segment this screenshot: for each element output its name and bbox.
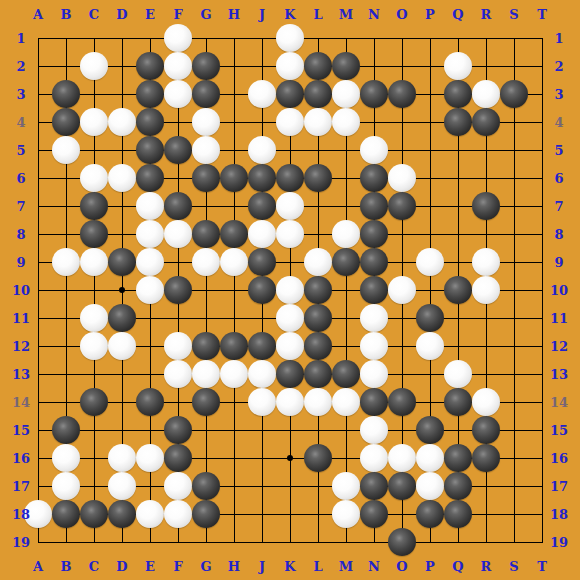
stone-black	[248, 164, 276, 192]
stone-black	[220, 332, 248, 360]
stone-black	[248, 276, 276, 304]
column-label-bottom: T	[537, 559, 547, 574]
row-label-left: 2	[16, 59, 25, 74]
stone-white	[276, 220, 304, 248]
column-label-bottom: N	[368, 559, 380, 574]
row-label-left: 18	[12, 507, 30, 522]
row-label-left: 5	[16, 143, 25, 158]
column-label-bottom: L	[313, 559, 322, 574]
stone-black	[360, 80, 388, 108]
stone-white	[220, 360, 248, 388]
column-label-top: G	[200, 7, 211, 22]
column-label-bottom: O	[396, 559, 407, 574]
stone-white	[360, 136, 388, 164]
stone-black	[136, 136, 164, 164]
stone-black	[388, 528, 416, 556]
stone-white	[136, 444, 164, 472]
stone-black	[304, 52, 332, 80]
stone-white	[164, 24, 192, 52]
stone-white	[276, 108, 304, 136]
stone-black	[192, 332, 220, 360]
stone-white	[108, 332, 136, 360]
column-label-bottom: G	[200, 559, 211, 574]
row-label-right: 16	[550, 451, 568, 466]
column-label-bottom: F	[173, 559, 182, 574]
row-label-left: 6	[16, 171, 25, 186]
stone-white	[416, 248, 444, 276]
row-label-right: 1	[554, 31, 563, 46]
row-label-right: 11	[550, 311, 568, 326]
stone-white	[276, 24, 304, 52]
row-label-left: 14	[12, 395, 30, 410]
stone-black	[360, 388, 388, 416]
stone-black	[360, 192, 388, 220]
column-label-top: Q	[452, 7, 463, 22]
column-label-bottom: P	[425, 559, 435, 574]
star-point	[119, 287, 125, 293]
stone-white	[472, 80, 500, 108]
stone-white	[164, 360, 192, 388]
column-label-top: K	[284, 7, 295, 22]
go-board[interactable]: AABBCCDDEEFFGGHHJJKKLLMMNNOOPPQQRRSSTT11…	[0, 0, 580, 580]
stone-black	[192, 52, 220, 80]
row-label-left: 15	[12, 423, 30, 438]
row-label-left: 1	[16, 31, 25, 46]
stone-black	[444, 444, 472, 472]
row-label-right: 3	[554, 87, 563, 102]
stone-black	[304, 332, 332, 360]
stone-black	[332, 360, 360, 388]
stone-black	[416, 304, 444, 332]
row-label-right: 13	[550, 367, 568, 382]
row-label-left: 11	[12, 311, 30, 326]
row-label-left: 10	[12, 283, 30, 298]
stone-white	[388, 276, 416, 304]
stone-black	[52, 80, 80, 108]
column-label-top: J	[259, 7, 265, 22]
column-label-top: T	[537, 7, 547, 22]
stone-black	[136, 388, 164, 416]
stone-black	[276, 80, 304, 108]
stone-white	[80, 164, 108, 192]
stone-black	[444, 388, 472, 416]
stone-black	[444, 276, 472, 304]
stone-white	[164, 332, 192, 360]
stone-black	[472, 444, 500, 472]
stone-black	[472, 192, 500, 220]
stone-white	[164, 80, 192, 108]
stone-white	[360, 444, 388, 472]
row-label-right: 12	[550, 339, 568, 354]
stone-black	[500, 80, 528, 108]
stone-white	[332, 500, 360, 528]
column-label-bottom: M	[339, 559, 353, 574]
stone-black	[192, 472, 220, 500]
stone-white	[52, 444, 80, 472]
row-label-left: 9	[16, 255, 25, 270]
column-label-top: R	[481, 7, 492, 22]
stone-white	[388, 164, 416, 192]
stone-white	[52, 472, 80, 500]
column-label-bottom: D	[116, 559, 127, 574]
stone-white	[276, 388, 304, 416]
stone-black	[192, 388, 220, 416]
column-label-top: O	[396, 7, 407, 22]
row-label-left: 12	[12, 339, 30, 354]
stone-black	[192, 80, 220, 108]
row-label-left: 19	[12, 535, 30, 550]
column-label-top: E	[145, 7, 155, 22]
stone-black	[304, 80, 332, 108]
stone-black	[52, 108, 80, 136]
stone-black	[444, 108, 472, 136]
stone-white	[164, 220, 192, 248]
stone-black	[248, 248, 276, 276]
row-label-left: 7	[16, 199, 25, 214]
stone-white	[276, 192, 304, 220]
stone-white	[276, 304, 304, 332]
stone-black	[136, 108, 164, 136]
row-label-left: 8	[16, 227, 25, 242]
column-label-bottom: J	[259, 559, 265, 574]
stone-black	[360, 248, 388, 276]
stone-white	[332, 388, 360, 416]
stone-black	[444, 472, 472, 500]
grid-line-horizontal	[38, 542, 543, 543]
column-label-top: P	[425, 7, 435, 22]
row-label-left: 3	[16, 87, 25, 102]
stone-black	[136, 80, 164, 108]
column-label-top: S	[509, 7, 518, 22]
stone-black	[192, 220, 220, 248]
stone-white	[136, 500, 164, 528]
column-label-bottom: H	[228, 559, 240, 574]
row-label-left: 13	[12, 367, 30, 382]
stone-white	[276, 52, 304, 80]
stone-black	[192, 164, 220, 192]
stone-black	[164, 276, 192, 304]
row-label-left: 16	[12, 451, 30, 466]
row-label-right: 7	[554, 199, 563, 214]
stone-white	[108, 472, 136, 500]
stone-white	[248, 220, 276, 248]
stone-black	[388, 388, 416, 416]
stone-white	[332, 472, 360, 500]
stone-white	[388, 444, 416, 472]
stone-black	[164, 416, 192, 444]
stone-black	[192, 500, 220, 528]
row-label-right: 4	[554, 115, 563, 130]
column-label-top: C	[89, 7, 99, 22]
stone-black	[304, 444, 332, 472]
stone-black	[52, 500, 80, 528]
stone-black	[360, 472, 388, 500]
stone-black	[388, 192, 416, 220]
stone-white	[192, 136, 220, 164]
stone-black	[108, 248, 136, 276]
stone-white	[220, 248, 248, 276]
row-label-right: 8	[554, 227, 563, 242]
stone-white	[80, 304, 108, 332]
stone-white	[108, 164, 136, 192]
stone-black	[332, 248, 360, 276]
stone-black	[304, 164, 332, 192]
stone-white	[136, 220, 164, 248]
row-label-right: 19	[550, 535, 568, 550]
stone-white	[472, 388, 500, 416]
grid-line-vertical	[514, 38, 515, 543]
stone-black	[388, 472, 416, 500]
stone-white	[332, 80, 360, 108]
column-label-bottom: B	[61, 559, 72, 574]
stone-white	[108, 108, 136, 136]
stone-black	[360, 500, 388, 528]
stone-white	[304, 388, 332, 416]
stone-white	[108, 444, 136, 472]
row-label-right: 9	[554, 255, 563, 270]
column-label-bottom: A	[33, 559, 43, 574]
stone-white	[80, 332, 108, 360]
stone-white	[360, 332, 388, 360]
stone-white	[416, 472, 444, 500]
stone-black	[220, 164, 248, 192]
stone-white	[472, 276, 500, 304]
stone-white	[80, 108, 108, 136]
stone-white	[192, 360, 220, 388]
stone-black	[164, 444, 192, 472]
stone-white	[248, 136, 276, 164]
stone-white	[52, 248, 80, 276]
stone-black	[80, 192, 108, 220]
stone-white	[276, 276, 304, 304]
row-label-left: 4	[16, 115, 25, 130]
stone-black	[444, 80, 472, 108]
stone-black	[136, 164, 164, 192]
grid-line-horizontal	[38, 430, 543, 431]
stone-black	[360, 276, 388, 304]
stone-black	[108, 500, 136, 528]
column-label-bottom: S	[509, 559, 518, 574]
stone-black	[304, 276, 332, 304]
row-label-right: 2	[554, 59, 563, 74]
stone-white	[444, 52, 472, 80]
stone-white	[80, 52, 108, 80]
stone-white	[276, 332, 304, 360]
column-label-top: N	[368, 7, 380, 22]
stone-white	[360, 304, 388, 332]
stone-black	[248, 332, 276, 360]
stone-black	[360, 164, 388, 192]
stone-black	[80, 500, 108, 528]
stone-white	[248, 360, 276, 388]
stone-black	[164, 136, 192, 164]
stone-black	[108, 304, 136, 332]
stone-black	[164, 192, 192, 220]
stone-white	[164, 472, 192, 500]
stone-white	[360, 416, 388, 444]
column-label-top: M	[339, 7, 353, 22]
stone-black	[220, 220, 248, 248]
stone-white	[136, 248, 164, 276]
stone-white	[304, 248, 332, 276]
stone-white	[164, 500, 192, 528]
stone-black	[52, 416, 80, 444]
stone-white	[332, 108, 360, 136]
column-label-bottom: C	[89, 559, 99, 574]
column-label-top: A	[33, 7, 43, 22]
stone-white	[192, 108, 220, 136]
stone-white	[360, 360, 388, 388]
row-label-right: 17	[550, 479, 568, 494]
stone-white	[192, 248, 220, 276]
stone-black	[276, 360, 304, 388]
row-label-right: 6	[554, 171, 563, 186]
stone-black	[444, 500, 472, 528]
stone-white	[164, 52, 192, 80]
stone-black	[136, 52, 164, 80]
stone-black	[472, 416, 500, 444]
stone-black	[248, 192, 276, 220]
stone-black	[416, 500, 444, 528]
grid-line-vertical	[542, 38, 543, 543]
column-label-bottom: E	[145, 559, 155, 574]
stone-black	[304, 304, 332, 332]
stone-black	[80, 220, 108, 248]
column-label-bottom: Q	[452, 559, 463, 574]
stone-white	[136, 192, 164, 220]
stone-white	[136, 276, 164, 304]
star-point	[287, 455, 293, 461]
stone-white	[248, 80, 276, 108]
stone-white	[248, 388, 276, 416]
stone-white	[416, 444, 444, 472]
stone-white	[52, 136, 80, 164]
stone-white	[80, 248, 108, 276]
stone-black	[360, 220, 388, 248]
column-label-top: D	[116, 7, 127, 22]
column-label-top: B	[61, 7, 72, 22]
row-label-left: 17	[12, 479, 30, 494]
stone-black	[416, 416, 444, 444]
row-label-right: 5	[554, 143, 563, 158]
column-label-top: H	[228, 7, 240, 22]
row-label-right: 18	[550, 507, 568, 522]
row-label-right: 14	[550, 395, 568, 410]
stone-black	[80, 388, 108, 416]
stone-white	[304, 108, 332, 136]
column-label-top: L	[313, 7, 322, 22]
stone-black	[304, 360, 332, 388]
stone-black	[332, 52, 360, 80]
stone-white	[332, 220, 360, 248]
column-label-bottom: R	[481, 559, 492, 574]
column-label-bottom: K	[284, 559, 295, 574]
stone-white	[444, 360, 472, 388]
stone-black	[472, 108, 500, 136]
row-label-right: 10	[550, 283, 568, 298]
stone-black	[388, 80, 416, 108]
stone-white	[472, 248, 500, 276]
stone-black	[276, 164, 304, 192]
column-label-top: F	[173, 7, 182, 22]
stone-white	[416, 332, 444, 360]
row-label-right: 15	[550, 423, 568, 438]
